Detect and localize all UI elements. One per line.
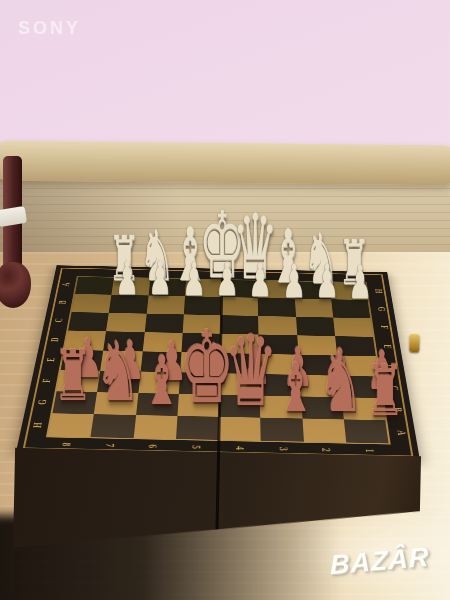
file-label-right-C: C: [386, 383, 402, 392]
square-e1: [335, 336, 376, 356]
camera-watermark: SONY: [18, 18, 81, 39]
chess-board: 87654321ABCDEFGHHGFEDCBA: [0, 0, 450, 600]
chess-set-photo: 87654321ABCDEFGHHGFEDCBA ♜♞♝♚♛♝♞♜♟♟♟♟♟♟♟…: [0, 0, 450, 600]
square-c7: [97, 371, 140, 393]
file-label-left-C: C: [51, 316, 67, 324]
square-b3: [260, 395, 302, 418]
square-b8: [52, 391, 97, 414]
rank-label-4: 4: [232, 443, 248, 453]
square-e5: [181, 333, 220, 353]
square-h2: [293, 281, 331, 299]
square-d7: [100, 351, 142, 372]
brass-clasp: [409, 334, 419, 352]
file-label-left-E: E: [43, 355, 59, 364]
square-h5: [185, 279, 222, 297]
square-c1: [339, 376, 382, 398]
board-surface: 87654321ABCDEFGHHGFEDCBA: [16, 265, 420, 460]
square-d6: [140, 351, 181, 372]
file-label-right-F: F: [377, 323, 392, 331]
rank-label-7: 7: [101, 440, 118, 450]
fold-seam-front: [215, 452, 220, 552]
rank-label-6: 6: [145, 441, 162, 451]
file-label-left-H: H: [29, 420, 47, 430]
square-g7: [109, 295, 148, 314]
square-d4: [220, 353, 260, 374]
square-c3: [260, 374, 301, 396]
square-f6: [144, 313, 183, 332]
rank-label-8: 8: [58, 439, 76, 449]
file-label-right-A: A: [393, 428, 410, 438]
square-e8: [64, 330, 106, 350]
file-label-right-G: G: [374, 305, 389, 313]
rank-label-5: 5: [188, 442, 204, 452]
square-c2: [299, 375, 341, 397]
square-b2: [301, 396, 344, 419]
square-d3: [259, 354, 299, 375]
square-f3: [258, 316, 296, 335]
file-label-right-H: H: [372, 287, 387, 294]
square-c5: [179, 372, 220, 394]
rank-label-3: 3: [275, 444, 291, 454]
file-label-right-E: E: [380, 342, 396, 350]
square-f4: [221, 315, 259, 334]
square-a7: [91, 414, 136, 438]
rank-label-1: 1: [362, 446, 379, 456]
square-a3: [260, 418, 303, 442]
square-c6: [138, 372, 180, 394]
square-d1: [337, 355, 379, 376]
square-g5: [184, 296, 222, 315]
square-d8: [61, 350, 104, 371]
square-a2: [302, 418, 346, 442]
square-d5: [180, 352, 220, 373]
square-f5: [182, 314, 220, 333]
square-g6: [146, 296, 184, 315]
file-label-left-B: B: [55, 298, 70, 306]
square-f8: [68, 312, 109, 331]
file-label-right-B: B: [390, 405, 407, 415]
file-label-left-F: F: [38, 376, 55, 385]
square-h8: [75, 277, 114, 295]
square-a5: [176, 416, 219, 440]
square-e6: [142, 332, 182, 352]
square-a1: [344, 419, 389, 443]
board-front-face: [13, 448, 421, 556]
square-b7: [94, 392, 138, 415]
square-a6: [133, 415, 177, 439]
rank-label-2: 2: [318, 445, 335, 455]
square-f7: [106, 313, 146, 332]
file-label-left-G: G: [34, 398, 51, 408]
square-f2: [296, 317, 335, 336]
square-h3: [258, 281, 295, 299]
square-a8: [48, 413, 94, 437]
square-f1: [333, 317, 373, 336]
square-d2: [298, 355, 339, 376]
square-e7: [103, 331, 144, 351]
square-g2: [294, 299, 332, 318]
square-b1: [341, 397, 385, 420]
square-e4: [220, 334, 259, 354]
square-b4: [219, 394, 261, 417]
square-b5: [177, 394, 219, 417]
square-h4: [221, 280, 258, 298]
square-h7: [112, 278, 150, 296]
square-c4: [219, 373, 260, 395]
square-c8: [57, 370, 101, 392]
square-h1: [329, 282, 367, 300]
square-e2: [297, 335, 337, 355]
file-label-right-D: D: [383, 362, 399, 371]
square-g4: [221, 297, 258, 316]
square-a4: [218, 417, 261, 441]
file-label-left-A: A: [58, 281, 73, 288]
square-b6: [136, 393, 179, 416]
square-g1: [331, 299, 370, 318]
square-g3: [258, 298, 296, 317]
file-label-left-D: D: [47, 335, 63, 343]
square-h6: [148, 278, 186, 296]
square-e3: [259, 334, 298, 354]
square-g8: [72, 294, 112, 313]
